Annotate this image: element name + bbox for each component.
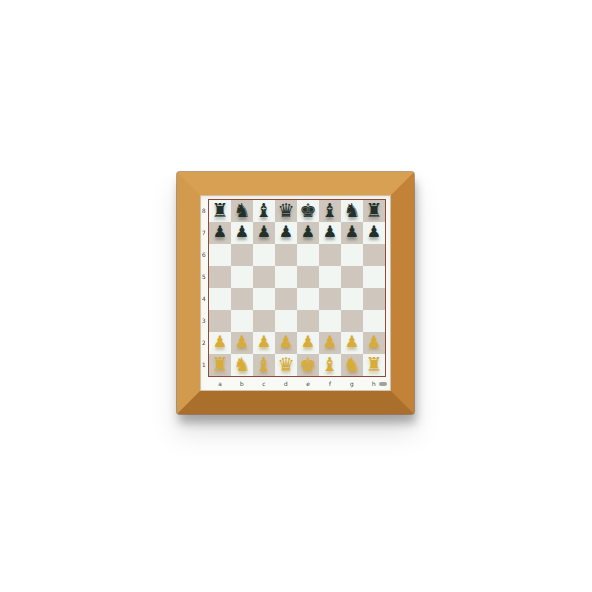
rank-label-2: 2 bbox=[201, 334, 208, 353]
rank-label-6: 6 bbox=[201, 246, 208, 265]
square-g4[interactable] bbox=[341, 288, 363, 310]
piece-black-knight: ♞ bbox=[343, 199, 360, 221]
file-label-f: f bbox=[321, 379, 340, 390]
piece-black-pawn: ♟ bbox=[345, 221, 359, 243]
file-label-d: d bbox=[277, 379, 296, 390]
file-label-g: g bbox=[343, 379, 362, 390]
piece-white-bishop: ♝ bbox=[321, 353, 338, 375]
square-d4[interactable] bbox=[275, 288, 297, 310]
piece-white-queen: ♛ bbox=[277, 353, 294, 375]
square-e5[interactable] bbox=[297, 266, 319, 288]
piece-white-pawn: ♟ bbox=[279, 331, 293, 353]
rank-label-7: 7 bbox=[201, 224, 208, 243]
board-panel: 87654321 ♜♞♝♛♚♝♞♜♟♟♟♟♟♟♟♟♟♟♟♟♟♟♟♟♜♞♝♛♚♝♞… bbox=[200, 195, 391, 391]
piece-white-bishop: ♝ bbox=[255, 353, 272, 375]
product-photo-background: 87654321 ♜♞♝♛♚♝♞♜♟♟♟♟♟♟♟♟♟♟♟♟♟♟♟♟♜♞♝♛♚♝♞… bbox=[0, 0, 592, 592]
square-b7[interactable]: ♟ bbox=[231, 222, 253, 244]
piece-white-pawn: ♟ bbox=[235, 331, 249, 353]
square-f3[interactable] bbox=[319, 310, 341, 332]
piece-white-pawn: ♟ bbox=[213, 331, 227, 353]
square-c1[interactable]: ♝ bbox=[253, 354, 275, 376]
square-a2[interactable]: ♟ bbox=[209, 332, 231, 354]
piece-black-rook: ♜ bbox=[211, 199, 228, 221]
rank-label-1: 1 bbox=[201, 356, 208, 375]
square-c2[interactable]: ♟ bbox=[253, 332, 275, 354]
piece-black-pawn: ♟ bbox=[301, 221, 315, 243]
square-f6[interactable] bbox=[319, 244, 341, 266]
square-g7[interactable]: ♟ bbox=[341, 222, 363, 244]
piece-black-pawn: ♟ bbox=[323, 221, 337, 243]
square-b2[interactable]: ♟ bbox=[231, 332, 253, 354]
square-c8[interactable]: ♝ bbox=[253, 200, 275, 222]
piece-black-bishop: ♝ bbox=[255, 199, 272, 221]
square-h4[interactable] bbox=[363, 288, 385, 310]
square-a7[interactable]: ♟ bbox=[209, 222, 231, 244]
square-e3[interactable] bbox=[297, 310, 319, 332]
square-g8[interactable]: ♞ bbox=[341, 200, 363, 222]
square-c6[interactable] bbox=[253, 244, 275, 266]
piece-white-rook: ♜ bbox=[365, 353, 382, 375]
square-h7[interactable]: ♟ bbox=[363, 222, 385, 244]
square-f1[interactable]: ♝ bbox=[319, 354, 341, 376]
square-g5[interactable] bbox=[341, 266, 363, 288]
square-d2[interactable]: ♟ bbox=[275, 332, 297, 354]
piece-white-rook: ♜ bbox=[211, 353, 228, 375]
square-f5[interactable] bbox=[319, 266, 341, 288]
square-b3[interactable] bbox=[231, 310, 253, 332]
file-label-c: c bbox=[255, 379, 274, 390]
piece-black-king: ♚ bbox=[299, 199, 316, 221]
square-h5[interactable] bbox=[363, 266, 385, 288]
piece-white-knight: ♞ bbox=[343, 353, 360, 375]
piece-white-pawn: ♟ bbox=[301, 331, 315, 353]
square-e6[interactable] bbox=[297, 244, 319, 266]
piece-black-pawn: ♟ bbox=[279, 221, 293, 243]
rank-label-8: 8 bbox=[201, 202, 208, 221]
square-h6[interactable] bbox=[363, 244, 385, 266]
square-g1[interactable]: ♞ bbox=[341, 354, 363, 376]
piece-white-pawn: ♟ bbox=[257, 331, 271, 353]
piece-white-knight: ♞ bbox=[233, 353, 250, 375]
piece-black-pawn: ♟ bbox=[235, 221, 249, 243]
piece-white-pawn: ♟ bbox=[323, 331, 337, 353]
rank-label-3: 3 bbox=[201, 312, 208, 331]
square-d5[interactable] bbox=[275, 266, 297, 288]
square-d6[interactable] bbox=[275, 244, 297, 266]
square-h3[interactable] bbox=[363, 310, 385, 332]
square-f4[interactable] bbox=[319, 288, 341, 310]
square-e7[interactable]: ♟ bbox=[297, 222, 319, 244]
square-c7[interactable]: ♟ bbox=[253, 222, 275, 244]
rank-labels: 87654321 bbox=[200, 200, 208, 376]
piece-black-knight: ♞ bbox=[233, 199, 250, 221]
square-e8[interactable]: ♚ bbox=[297, 200, 319, 222]
file-label-b: b bbox=[233, 379, 252, 390]
square-c3[interactable] bbox=[253, 310, 275, 332]
square-h1[interactable]: ♜ bbox=[363, 354, 385, 376]
square-b8[interactable]: ♞ bbox=[231, 200, 253, 222]
square-a8[interactable]: ♜ bbox=[209, 200, 231, 222]
square-d7[interactable]: ♟ bbox=[275, 222, 297, 244]
piece-white-pawn: ♟ bbox=[345, 331, 359, 353]
square-a1[interactable]: ♜ bbox=[209, 354, 231, 376]
square-a3[interactable] bbox=[209, 310, 231, 332]
piece-black-queen: ♛ bbox=[277, 199, 294, 221]
square-b1[interactable]: ♞ bbox=[231, 354, 253, 376]
piece-black-bishop: ♝ bbox=[321, 199, 338, 221]
piece-black-pawn: ♟ bbox=[257, 221, 271, 243]
square-e1[interactable]: ♚ bbox=[297, 354, 319, 376]
rank-label-4: 4 bbox=[201, 290, 208, 309]
square-e2[interactable]: ♟ bbox=[297, 332, 319, 354]
file-label-e: e bbox=[299, 379, 318, 390]
chess-board: ♜♞♝♛♚♝♞♜♟♟♟♟♟♟♟♟♟♟♟♟♟♟♟♟♜♞♝♛♚♝♞♜ bbox=[208, 199, 386, 377]
file-labels: abcdefgh bbox=[209, 378, 385, 391]
square-b4[interactable] bbox=[231, 288, 253, 310]
wooden-frame: 87654321 ♜♞♝♛♚♝♞♜♟♟♟♟♟♟♟♟♟♟♟♟♟♟♟♟♜♞♝♛♚♝♞… bbox=[177, 172, 414, 414]
square-g6[interactable] bbox=[341, 244, 363, 266]
square-f7[interactable]: ♟ bbox=[319, 222, 341, 244]
file-label-a: a bbox=[211, 379, 230, 390]
square-a5[interactable] bbox=[209, 266, 231, 288]
rank-label-5: 5 bbox=[201, 268, 208, 287]
square-d1[interactable]: ♛ bbox=[275, 354, 297, 376]
square-b5[interactable] bbox=[231, 266, 253, 288]
piece-white-pawn: ♟ bbox=[367, 331, 381, 353]
square-f8[interactable]: ♝ bbox=[319, 200, 341, 222]
maker-mark bbox=[379, 382, 387, 386]
square-d8[interactable]: ♛ bbox=[275, 200, 297, 222]
square-c4[interactable] bbox=[253, 288, 275, 310]
square-a4[interactable] bbox=[209, 288, 231, 310]
square-c5[interactable] bbox=[253, 266, 275, 288]
piece-white-king: ♚ bbox=[299, 353, 316, 375]
square-h2[interactable]: ♟ bbox=[363, 332, 385, 354]
piece-black-pawn: ♟ bbox=[367, 221, 381, 243]
piece-black-rook: ♜ bbox=[365, 199, 382, 221]
square-g3[interactable] bbox=[341, 310, 363, 332]
square-f2[interactable]: ♟ bbox=[319, 332, 341, 354]
square-a6[interactable] bbox=[209, 244, 231, 266]
square-b6[interactable] bbox=[231, 244, 253, 266]
square-h8[interactable]: ♜ bbox=[363, 200, 385, 222]
square-e4[interactable] bbox=[297, 288, 319, 310]
square-g2[interactable]: ♟ bbox=[341, 332, 363, 354]
square-d3[interactable] bbox=[275, 310, 297, 332]
piece-black-pawn: ♟ bbox=[213, 221, 227, 243]
